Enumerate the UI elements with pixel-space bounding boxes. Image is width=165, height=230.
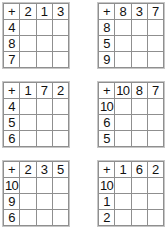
answer-cell[interactable]	[37, 115, 52, 130]
col-header-cell: 7	[148, 4, 163, 19]
answer-cell[interactable]	[115, 210, 130, 225]
answer-cell[interactable]	[20, 52, 35, 67]
answer-cell[interactable]	[115, 99, 130, 114]
col-header-cell: 2	[53, 83, 68, 98]
col-header-cell: 10	[115, 83, 130, 98]
answer-cell[interactable]	[132, 99, 147, 114]
answer-cell[interactable]	[20, 99, 35, 114]
answer-cell[interactable]	[53, 194, 68, 209]
answer-cell[interactable]	[148, 131, 163, 146]
col-header-cell: 5	[53, 162, 68, 177]
col-header-cell: 3	[53, 4, 68, 19]
plus-operator-cell: +	[4, 4, 19, 19]
answer-cell[interactable]	[53, 131, 68, 146]
answer-cell[interactable]	[53, 52, 68, 67]
answer-cell[interactable]	[53, 99, 68, 114]
col-header-cell: 2	[20, 162, 35, 177]
row-header-cell: 4	[4, 99, 19, 114]
row-header-cell: 10	[4, 178, 19, 193]
row-header-cell: 7	[4, 52, 19, 67]
plus-operator-cell: +	[99, 83, 114, 98]
answer-cell[interactable]	[37, 178, 52, 193]
row-header-cell: 6	[4, 210, 19, 225]
answer-cell[interactable]	[20, 210, 35, 225]
row-header-cell: 6	[4, 131, 19, 146]
addition-table-3: + 1 7 2 4 5 6	[2, 81, 70, 148]
answer-cell[interactable]	[53, 178, 68, 193]
answer-cell[interactable]	[115, 115, 130, 130]
answer-cell[interactable]	[53, 36, 68, 51]
row-header-cell: 5	[4, 115, 19, 130]
answer-cell[interactable]	[148, 20, 163, 35]
answer-cell[interactable]	[20, 36, 35, 51]
answer-cell[interactable]	[132, 178, 147, 193]
answer-cell[interactable]	[115, 178, 130, 193]
row-header-cell: 6	[99, 115, 114, 130]
row-header-cell: 2	[99, 210, 114, 225]
answer-cell[interactable]	[148, 115, 163, 130]
answer-cell[interactable]	[132, 52, 147, 67]
plus-operator-cell: +	[99, 162, 114, 177]
plus-operator-cell: +	[4, 162, 19, 177]
answer-cell[interactable]	[132, 115, 147, 130]
addition-table-4: + 10 8 7 10 6 5	[97, 81, 165, 148]
worksheet-page: + 2 1 3 4 8 7 + 8 3 7 8 5	[0, 0, 165, 230]
col-header-cell: 7	[37, 83, 52, 98]
addition-table-1: + 2 1 3 4 8 7	[2, 2, 70, 69]
row-header-cell: 10	[99, 178, 114, 193]
answer-cell[interactable]	[132, 36, 147, 51]
answer-cell[interactable]	[132, 194, 147, 209]
answer-cell[interactable]	[20, 194, 35, 209]
row-header-cell: 10	[99, 99, 114, 114]
answer-cell[interactable]	[115, 20, 130, 35]
col-header-cell: 6	[132, 162, 147, 177]
answer-cell[interactable]	[148, 178, 163, 193]
col-header-cell: 2	[20, 4, 35, 19]
row-header-cell: 4	[4, 20, 19, 35]
addition-tables-container: + 2 1 3 4 8 7 + 8 3 7 8 5	[2, 2, 165, 227]
answer-cell[interactable]	[20, 20, 35, 35]
col-header-cell: 7	[148, 83, 163, 98]
answer-cell[interactable]	[37, 36, 52, 51]
answer-cell[interactable]	[20, 131, 35, 146]
answer-cell[interactable]	[37, 210, 52, 225]
answer-cell[interactable]	[148, 52, 163, 67]
row-header-cell: 1	[99, 194, 114, 209]
row-header-cell: 5	[99, 36, 114, 51]
answer-cell[interactable]	[20, 178, 35, 193]
plus-operator-cell: +	[4, 83, 19, 98]
col-header-cell: 2	[148, 162, 163, 177]
row-header-cell: 9	[99, 52, 114, 67]
plus-operator-cell: +	[99, 4, 114, 19]
col-header-cell: 8	[115, 4, 130, 19]
answer-cell[interactable]	[37, 131, 52, 146]
addition-table-2: + 8 3 7 8 5 9	[97, 2, 165, 69]
answer-cell[interactable]	[37, 20, 52, 35]
answer-cell[interactable]	[53, 210, 68, 225]
col-header-cell: 1	[20, 83, 35, 98]
col-header-cell: 3	[132, 4, 147, 19]
answer-cell[interactable]	[53, 20, 68, 35]
row-header-cell: 8	[99, 20, 114, 35]
col-header-cell: 1	[115, 162, 130, 177]
answer-cell[interactable]	[37, 99, 52, 114]
answer-cell[interactable]	[132, 210, 147, 225]
answer-cell[interactable]	[115, 194, 130, 209]
answer-cell[interactable]	[37, 194, 52, 209]
col-header-cell: 3	[37, 162, 52, 177]
answer-cell[interactable]	[148, 194, 163, 209]
answer-cell[interactable]	[132, 131, 147, 146]
answer-cell[interactable]	[148, 210, 163, 225]
answer-cell[interactable]	[148, 36, 163, 51]
col-header-cell: 1	[37, 4, 52, 19]
answer-cell[interactable]	[20, 115, 35, 130]
answer-cell[interactable]	[148, 99, 163, 114]
answer-cell[interactable]	[115, 52, 130, 67]
addition-table-5: + 2 3 5 10 9 6	[2, 160, 70, 227]
answer-cell[interactable]	[115, 131, 130, 146]
addition-table-6: + 1 6 2 10 1 2	[97, 160, 165, 227]
row-header-cell: 9	[4, 194, 19, 209]
row-header-cell: 5	[99, 131, 114, 146]
row-header-cell: 8	[4, 36, 19, 51]
answer-cell[interactable]	[53, 115, 68, 130]
answer-cell[interactable]	[115, 36, 130, 51]
answer-cell[interactable]	[37, 52, 52, 67]
col-header-cell: 8	[132, 83, 147, 98]
answer-cell[interactable]	[132, 20, 147, 35]
